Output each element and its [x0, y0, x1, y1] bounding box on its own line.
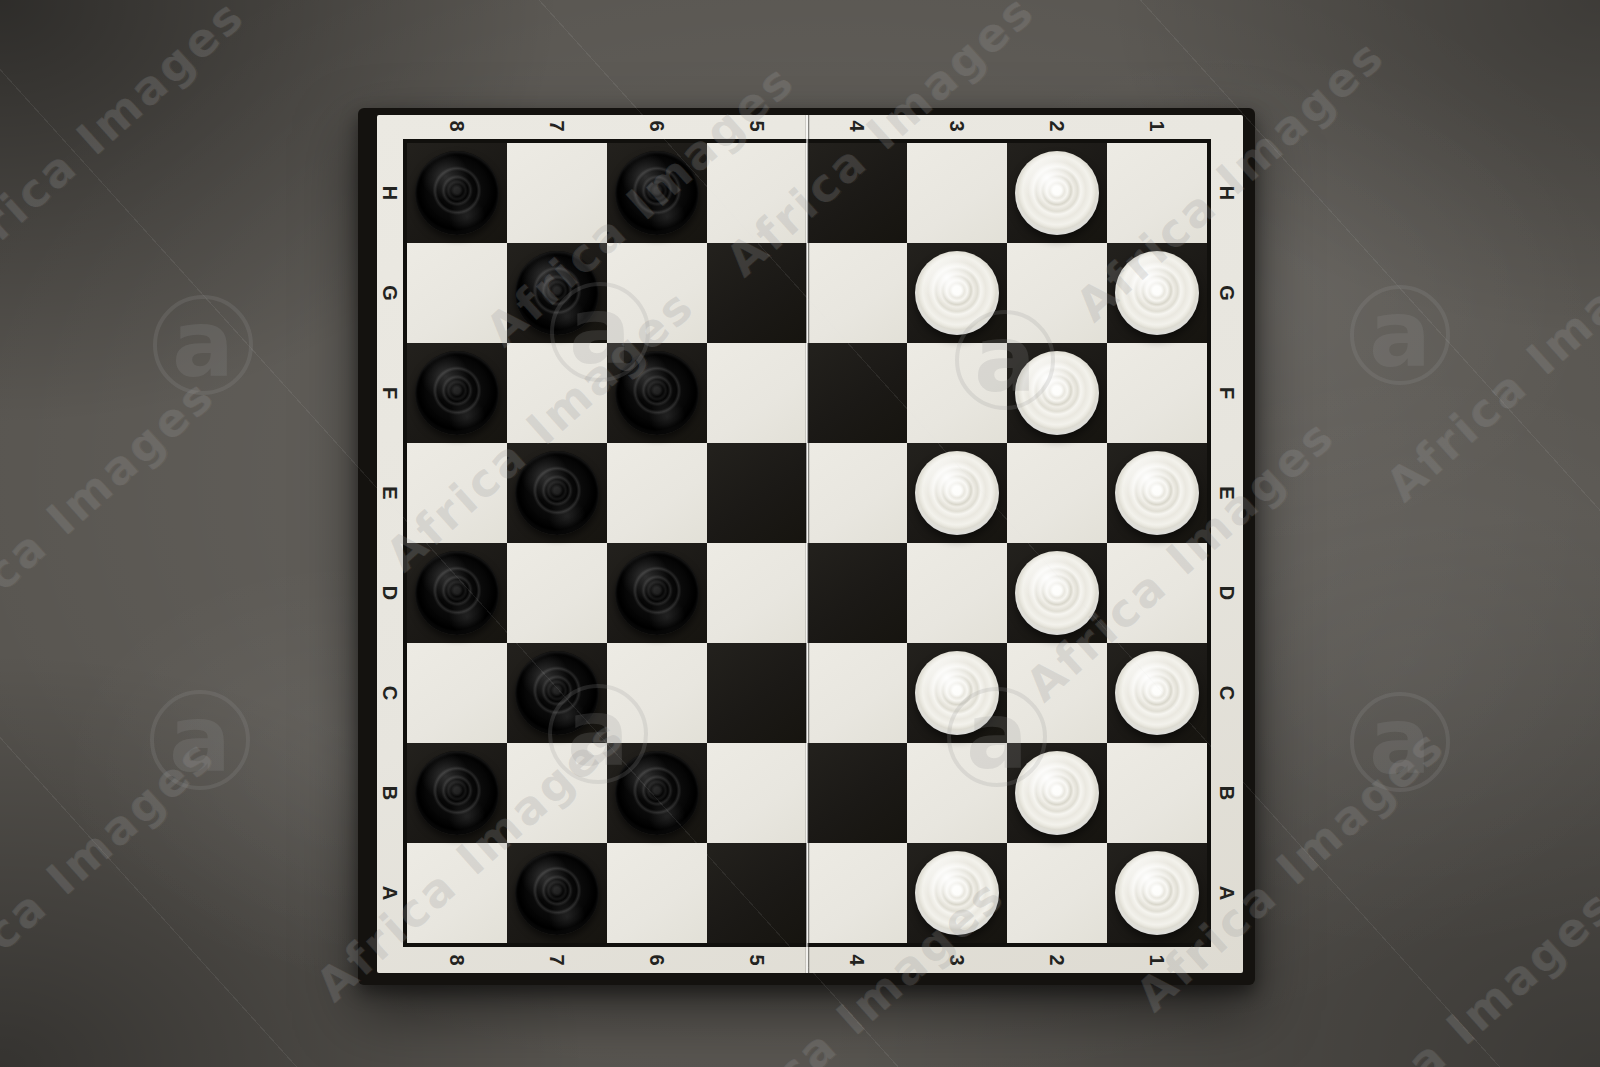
square-a1[interactable]: [1107, 843, 1207, 943]
white-checker-e3[interactable]: [915, 451, 999, 535]
square-d6[interactable]: [607, 543, 707, 643]
square-a3[interactable]: [907, 843, 1007, 943]
white-checker-d2[interactable]: [1015, 551, 1099, 635]
black-checker-a7[interactable]: [515, 851, 599, 935]
black-checker-d8[interactable]: [415, 551, 499, 635]
square-h6[interactable]: [607, 143, 707, 243]
white-checker-g1[interactable]: [1115, 251, 1199, 335]
square-f8[interactable]: [407, 343, 507, 443]
watermark-text: Africa Images: [1375, 208, 1600, 512]
white-checker-g3[interactable]: [915, 251, 999, 335]
black-checker-b8[interactable]: [415, 751, 499, 835]
black-checker-b6[interactable]: [615, 751, 699, 835]
square-a2[interactable]: [1007, 843, 1107, 943]
black-checker-f6[interactable]: [615, 351, 699, 435]
square-h3[interactable]: [907, 143, 1007, 243]
white-checker-b2[interactable]: [1015, 751, 1099, 835]
square-a7[interactable]: [507, 843, 607, 943]
square-a5[interactable]: [707, 843, 807, 943]
square-f7[interactable]: [507, 343, 607, 443]
square-c6[interactable]: [607, 643, 707, 743]
black-checker-f8[interactable]: [415, 351, 499, 435]
square-e6[interactable]: [607, 443, 707, 543]
square-g2[interactable]: [1007, 243, 1107, 343]
white-checker-c3[interactable]: [915, 651, 999, 735]
square-a8[interactable]: [407, 843, 507, 943]
white-checker-a1[interactable]: [1115, 851, 1199, 935]
square-g5[interactable]: [707, 243, 807, 343]
square-e5[interactable]: [707, 443, 807, 543]
square-g4[interactable]: [807, 243, 907, 343]
square-e2[interactable]: [1007, 443, 1107, 543]
square-f4[interactable]: [807, 343, 907, 443]
square-d7[interactable]: [507, 543, 607, 643]
square-b6[interactable]: [607, 743, 707, 843]
white-checker-e1[interactable]: [1115, 451, 1199, 535]
square-h2[interactable]: [1007, 143, 1107, 243]
board: 8877665544332211HHGGFFEEDDCCBBAA: [358, 108, 1255, 985]
square-f3[interactable]: [907, 343, 1007, 443]
square-d2[interactable]: [1007, 543, 1107, 643]
square-c1[interactable]: [1107, 643, 1207, 743]
watermark-logo: a: [150, 690, 250, 790]
watermark-text: Africa Images: [0, 0, 255, 292]
black-checker-h8[interactable]: [415, 151, 499, 235]
square-f1[interactable]: [1107, 343, 1207, 443]
square-c3[interactable]: [907, 643, 1007, 743]
square-f2[interactable]: [1007, 343, 1107, 443]
square-d8[interactable]: [407, 543, 507, 643]
photo-stage: 8877665544332211HHGGFFEEDDCCBBAA Africa …: [0, 0, 1600, 1067]
square-f6[interactable]: [607, 343, 707, 443]
square-b2[interactable]: [1007, 743, 1107, 843]
square-d5[interactable]: [707, 543, 807, 643]
square-h5[interactable]: [707, 143, 807, 243]
watermark-text: Africa Images: [0, 728, 225, 1032]
watermark-logo: a: [1350, 285, 1450, 385]
square-h1[interactable]: [1107, 143, 1207, 243]
square-g3[interactable]: [907, 243, 1007, 343]
square-c5[interactable]: [707, 643, 807, 743]
square-g7[interactable]: [507, 243, 607, 343]
watermark-text: Africa Images: [0, 368, 225, 672]
square-b1[interactable]: [1107, 743, 1207, 843]
square-a4[interactable]: [807, 843, 907, 943]
square-c7[interactable]: [507, 643, 607, 743]
square-e4[interactable]: [807, 443, 907, 543]
square-c8[interactable]: [407, 643, 507, 743]
square-e8[interactable]: [407, 443, 507, 543]
black-checker-g7[interactable]: [515, 251, 599, 335]
square-d4[interactable]: [807, 543, 907, 643]
square-g6[interactable]: [607, 243, 707, 343]
white-checker-c1[interactable]: [1115, 651, 1199, 735]
square-b8[interactable]: [407, 743, 507, 843]
black-checker-d6[interactable]: [615, 551, 699, 635]
square-b5[interactable]: [707, 743, 807, 843]
square-e1[interactable]: [1107, 443, 1207, 543]
square-b3[interactable]: [907, 743, 1007, 843]
square-c2[interactable]: [1007, 643, 1107, 743]
square-h7[interactable]: [507, 143, 607, 243]
square-e7[interactable]: [507, 443, 607, 543]
board-fold-line: [805, 115, 810, 973]
square-g1[interactable]: [1107, 243, 1207, 343]
square-d3[interactable]: [907, 543, 1007, 643]
white-checker-a3[interactable]: [915, 851, 999, 935]
square-a6[interactable]: [607, 843, 707, 943]
square-f5[interactable]: [707, 343, 807, 443]
watermark-logo: a: [153, 295, 253, 395]
white-checker-h2[interactable]: [1015, 151, 1099, 235]
square-d1[interactable]: [1107, 543, 1207, 643]
square-b4[interactable]: [807, 743, 907, 843]
watermark-text: Africa Images: [1295, 878, 1600, 1067]
square-c4[interactable]: [807, 643, 907, 743]
black-checker-c7[interactable]: [515, 651, 599, 735]
white-checker-f2[interactable]: [1015, 351, 1099, 435]
square-g8[interactable]: [407, 243, 507, 343]
square-e3[interactable]: [907, 443, 1007, 543]
black-checker-h6[interactable]: [615, 151, 699, 235]
black-checker-e7[interactable]: [515, 451, 599, 535]
square-b7[interactable]: [507, 743, 607, 843]
square-h4[interactable]: [807, 143, 907, 243]
square-h8[interactable]: [407, 143, 507, 243]
watermark-logo: a: [1350, 692, 1450, 792]
